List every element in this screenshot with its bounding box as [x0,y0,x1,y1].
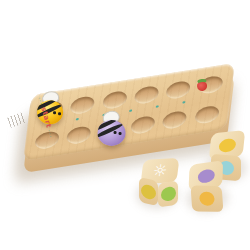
sun-icon: ☼ [152,163,168,180]
purple-bee-piece[interactable] [97,110,125,144]
hole-r1-c4[interactable] [134,84,160,104]
hole-r1-c2[interactable] [70,94,96,114]
die-1-yellow-dot [218,138,236,153]
die-2-yellow-dot [141,183,156,200]
hole-r2-c2[interactable] [66,124,92,144]
die-3-orange-dot [199,192,215,206]
hole-r1-c5[interactable] [166,79,192,99]
die-2-front-right-face [158,181,178,208]
hole-r2-c5[interactable] [162,109,188,129]
die-2-front-left-face [139,177,158,206]
start-dots-before: ··· [37,96,45,106]
hole-r2-c3[interactable] [98,119,124,139]
scene: ··· start ··· ☼ [0,0,250,250]
strawberry-finish-icon [195,78,210,93]
bee-body [97,119,125,145]
start-dots-after: ··· [46,129,54,139]
hole-r1-c3[interactable] [102,89,128,109]
die-3-purple-dot [197,168,214,184]
strawberry-fruit [196,81,207,92]
die-3-front-face [191,185,224,211]
hole-r2-c6[interactable] [194,104,220,124]
hole-r2-c4[interactable] [130,114,156,134]
die-2-green-dot [161,186,176,202]
